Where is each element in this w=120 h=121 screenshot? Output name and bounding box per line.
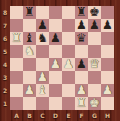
rank-label-4: 4 — [0, 58, 10, 71]
square-e2[interactable] — [62, 84, 75, 97]
file-labels: ABCDEFGH — [10, 110, 114, 121]
black-pawn-piece: ♟ — [50, 32, 61, 45]
square-c1[interactable] — [36, 97, 49, 110]
square-b3[interactable] — [23, 71, 36, 84]
file-label-b: B — [23, 110, 36, 121]
square-a7[interactable] — [10, 19, 23, 32]
square-a8[interactable] — [10, 6, 23, 19]
square-f4[interactable]: ♟ — [75, 58, 88, 71]
square-c7[interactable]: ♟ — [36, 19, 49, 32]
square-h6[interactable] — [101, 32, 114, 45]
rank-label-2: 2 — [0, 84, 10, 97]
white-pawn-piece: ♟ — [63, 58, 74, 71]
black-pawn-piece: ♟ — [37, 19, 48, 32]
square-f1[interactable]: ♜ — [75, 97, 88, 110]
square-f7[interactable]: ♟ — [75, 19, 88, 32]
square-b5[interactable]: ♞ — [23, 45, 36, 58]
chess-board-frame: 87654321 ♜♜♚♟♟♟♟♜♝♞♟♛♞♟♟♟♛♟♟♝♟♟♜♚ ABCDEF… — [0, 0, 120, 121]
rank-label-8: 8 — [0, 6, 10, 19]
square-g1[interactable]: ♚ — [88, 97, 101, 110]
square-a2[interactable] — [10, 84, 23, 97]
square-d3[interactable] — [49, 71, 62, 84]
square-h3[interactable] — [101, 71, 114, 84]
square-g5[interactable] — [88, 45, 101, 58]
white-pawn-piece: ♟ — [76, 84, 87, 97]
square-e8[interactable] — [62, 6, 75, 19]
square-h8[interactable] — [101, 6, 114, 19]
square-c4[interactable] — [36, 58, 49, 71]
black-king-piece: ♚ — [89, 6, 100, 19]
square-g8[interactable]: ♚ — [88, 6, 101, 19]
square-a4[interactable] — [10, 58, 23, 71]
square-d8[interactable] — [49, 6, 62, 19]
square-d5[interactable] — [49, 45, 62, 58]
black-pawn-piece: ♟ — [102, 19, 113, 32]
square-b1[interactable] — [23, 97, 36, 110]
black-bishop-piece: ♝ — [24, 32, 35, 45]
white-king-piece: ♚ — [89, 97, 100, 110]
square-f3[interactable] — [75, 71, 88, 84]
square-g4[interactable]: ♛ — [88, 58, 101, 71]
square-e5[interactable] — [62, 45, 75, 58]
rank-label-7: 7 — [0, 19, 10, 32]
white-bishop-piece: ♝ — [37, 84, 48, 97]
square-b6[interactable]: ♝ — [23, 32, 36, 45]
black-rook-piece: ♜ — [24, 6, 35, 19]
square-e7[interactable] — [62, 19, 75, 32]
rank-label-6: 6 — [0, 32, 10, 45]
square-h5[interactable] — [101, 45, 114, 58]
rank-label-5: 5 — [0, 45, 10, 58]
square-d1[interactable] — [49, 97, 62, 110]
square-c6[interactable]: ♞ — [36, 32, 49, 45]
square-h4[interactable] — [101, 58, 114, 71]
square-c2[interactable]: ♝ — [36, 84, 49, 97]
square-d7[interactable] — [49, 19, 62, 32]
square-f2[interactable]: ♟ — [75, 84, 88, 97]
square-e3[interactable] — [62, 71, 75, 84]
black-rook-piece: ♜ — [76, 6, 87, 19]
chess-board: ♜♜♚♟♟♟♟♜♝♞♟♛♞♟♟♟♛♟♟♝♟♟♜♚ — [10, 6, 114, 110]
file-label-e: E — [62, 110, 75, 121]
square-c8[interactable] — [36, 6, 49, 19]
black-pawn-piece: ♟ — [76, 58, 87, 71]
rank-labels: 87654321 — [0, 6, 10, 110]
white-pawn-piece: ♟ — [102, 84, 113, 97]
square-a3[interactable] — [10, 71, 23, 84]
rank-label-1: 1 — [0, 97, 10, 110]
square-d4[interactable]: ♟ — [49, 58, 62, 71]
square-f6[interactable]: ♛ — [75, 32, 88, 45]
file-label-g: G — [88, 110, 101, 121]
square-f5[interactable] — [75, 45, 88, 58]
black-pawn-piece: ♟ — [89, 19, 100, 32]
black-pawn-piece: ♟ — [76, 19, 87, 32]
square-h1[interactable] — [101, 97, 114, 110]
square-e4[interactable]: ♟ — [62, 58, 75, 71]
white-pawn-piece: ♟ — [37, 71, 48, 84]
square-g6[interactable] — [88, 32, 101, 45]
square-d2[interactable] — [49, 84, 62, 97]
square-c3[interactable]: ♟ — [36, 71, 49, 84]
square-a5[interactable] — [10, 45, 23, 58]
square-e1[interactable] — [62, 97, 75, 110]
square-b7[interactable] — [23, 19, 36, 32]
square-h7[interactable]: ♟ — [101, 19, 114, 32]
square-c5[interactable] — [36, 45, 49, 58]
black-knight-piece: ♞ — [37, 32, 48, 45]
square-a1[interactable] — [10, 97, 23, 110]
square-f8[interactable]: ♜ — [75, 6, 88, 19]
file-label-c: C — [36, 110, 49, 121]
square-b4[interactable] — [23, 58, 36, 71]
file-label-f: F — [75, 110, 88, 121]
white-pawn-piece: ♟ — [24, 84, 35, 97]
square-d6[interactable]: ♟ — [49, 32, 62, 45]
white-queen-piece: ♛ — [89, 58, 100, 71]
square-g2[interactable] — [88, 84, 101, 97]
file-label-d: D — [49, 110, 62, 121]
file-label-a: A — [10, 110, 23, 121]
square-g7[interactable]: ♟ — [88, 19, 101, 32]
white-pawn-piece: ♟ — [50, 58, 61, 71]
white-rook-piece: ♜ — [11, 32, 22, 45]
rank-label-3: 3 — [0, 71, 10, 84]
white-rook-piece: ♜ — [76, 97, 87, 110]
square-b8[interactable]: ♜ — [23, 6, 36, 19]
file-label-h: H — [101, 110, 114, 121]
black-queen-piece: ♛ — [76, 32, 87, 45]
square-g3[interactable] — [88, 71, 101, 84]
square-a6[interactable]: ♜ — [10, 32, 23, 45]
white-knight-piece: ♞ — [24, 45, 35, 58]
square-h2[interactable]: ♟ — [101, 84, 114, 97]
square-e6[interactable] — [62, 32, 75, 45]
square-b2[interactable]: ♟ — [23, 84, 36, 97]
